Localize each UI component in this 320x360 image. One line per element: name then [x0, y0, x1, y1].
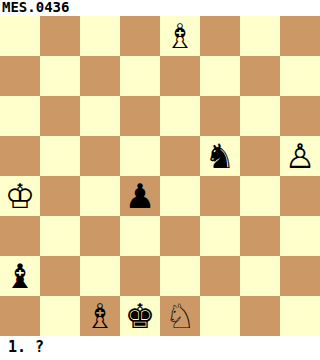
square-h7[interactable]	[280, 56, 320, 96]
square-h1[interactable]	[280, 296, 320, 336]
black-pawn-piece: ♟	[125, 176, 155, 216]
chess-diagram: MES.0436 ♗♞♙♔♟♝♗♚♘ 1. ?	[0, 0, 320, 360]
black-knight-piece: ♞	[205, 136, 235, 176]
square-e4[interactable]	[160, 176, 200, 216]
square-a6[interactable]	[0, 96, 40, 136]
square-e5[interactable]	[160, 136, 200, 176]
square-g6[interactable]	[240, 96, 280, 136]
white-king-piece: ♔	[5, 176, 35, 216]
square-f3[interactable]	[200, 216, 240, 256]
square-g8[interactable]	[240, 16, 280, 56]
square-a5[interactable]	[0, 136, 40, 176]
square-a1[interactable]	[0, 296, 40, 336]
square-c4[interactable]	[80, 176, 120, 216]
square-d4[interactable]: ♟	[120, 176, 160, 216]
square-c5[interactable]	[80, 136, 120, 176]
square-h5[interactable]: ♙	[280, 136, 320, 176]
square-b4[interactable]	[40, 176, 80, 216]
square-e7[interactable]	[160, 56, 200, 96]
square-a2[interactable]: ♝	[0, 256, 40, 296]
square-a4[interactable]: ♔	[0, 176, 40, 216]
square-f1[interactable]	[200, 296, 240, 336]
square-g4[interactable]	[240, 176, 280, 216]
square-f8[interactable]	[200, 16, 240, 56]
square-f4[interactable]	[200, 176, 240, 216]
square-h6[interactable]	[280, 96, 320, 136]
square-h2[interactable]	[280, 256, 320, 296]
square-e8[interactable]: ♗	[160, 16, 200, 56]
square-b2[interactable]	[40, 256, 80, 296]
square-h8[interactable]	[280, 16, 320, 56]
white-pawn-piece: ♙	[285, 136, 315, 176]
square-c1[interactable]: ♗	[80, 296, 120, 336]
square-c6[interactable]	[80, 96, 120, 136]
square-g2[interactable]	[240, 256, 280, 296]
square-d5[interactable]	[120, 136, 160, 176]
square-a7[interactable]	[0, 56, 40, 96]
chess-board: ♗♞♙♔♟♝♗♚♘	[0, 16, 320, 336]
square-c8[interactable]	[80, 16, 120, 56]
square-d6[interactable]	[120, 96, 160, 136]
white-bishop-piece: ♗	[165, 16, 195, 56]
square-c3[interactable]	[80, 216, 120, 256]
square-h4[interactable]	[280, 176, 320, 216]
square-d7[interactable]	[120, 56, 160, 96]
square-e3[interactable]	[160, 216, 200, 256]
square-b1[interactable]	[40, 296, 80, 336]
white-bishop-piece: ♗	[85, 296, 115, 336]
square-g7[interactable]	[240, 56, 280, 96]
square-h3[interactable]	[280, 216, 320, 256]
black-bishop-piece: ♝	[5, 256, 35, 296]
square-f7[interactable]	[200, 56, 240, 96]
square-e6[interactable]	[160, 96, 200, 136]
square-e1[interactable]: ♘	[160, 296, 200, 336]
square-b5[interactable]	[40, 136, 80, 176]
square-d8[interactable]	[120, 16, 160, 56]
square-d2[interactable]	[120, 256, 160, 296]
puzzle-id: MES.0436	[0, 0, 320, 16]
square-g3[interactable]	[240, 216, 280, 256]
square-b3[interactable]	[40, 216, 80, 256]
black-king-piece: ♚	[125, 296, 155, 336]
square-b6[interactable]	[40, 96, 80, 136]
square-d3[interactable]	[120, 216, 160, 256]
square-c7[interactable]	[80, 56, 120, 96]
square-e2[interactable]	[160, 256, 200, 296]
move-prompt: 1. ?	[0, 336, 320, 360]
square-c2[interactable]	[80, 256, 120, 296]
white-knight-piece: ♘	[165, 296, 195, 336]
square-a3[interactable]	[0, 216, 40, 256]
square-g5[interactable]	[240, 136, 280, 176]
square-f2[interactable]	[200, 256, 240, 296]
square-g1[interactable]	[240, 296, 280, 336]
square-f5[interactable]: ♞	[200, 136, 240, 176]
square-d1[interactable]: ♚	[120, 296, 160, 336]
square-b7[interactable]	[40, 56, 80, 96]
square-b8[interactable]	[40, 16, 80, 56]
square-f6[interactable]	[200, 96, 240, 136]
square-a8[interactable]	[0, 16, 40, 56]
